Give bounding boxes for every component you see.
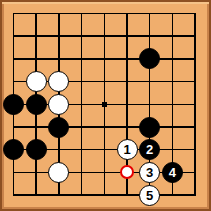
stone-black [48,117,69,138]
stone-white-5: 5 [139,185,160,206]
stone-white-3: 3 [139,162,160,183]
stone-black-2: 2 [139,139,160,160]
stone-black [139,48,160,69]
stone-white-1: 1 [117,139,138,160]
grid-hline [13,126,196,128]
stone-black [3,94,24,115]
stone-black-4: 4 [162,162,183,183]
grid-vline [194,13,196,196]
stone-white [48,94,69,115]
hoshi-point [102,102,107,107]
red-circle-marker [120,165,134,179]
grid-hline [13,194,196,196]
stone-black [3,139,24,160]
stone-black [26,139,47,160]
stone-black [139,117,160,138]
stone-white [48,162,69,183]
stone-white [26,71,47,92]
stone-black [26,94,47,115]
go-board: 12345 [0,0,211,211]
stone-white [48,71,69,92]
